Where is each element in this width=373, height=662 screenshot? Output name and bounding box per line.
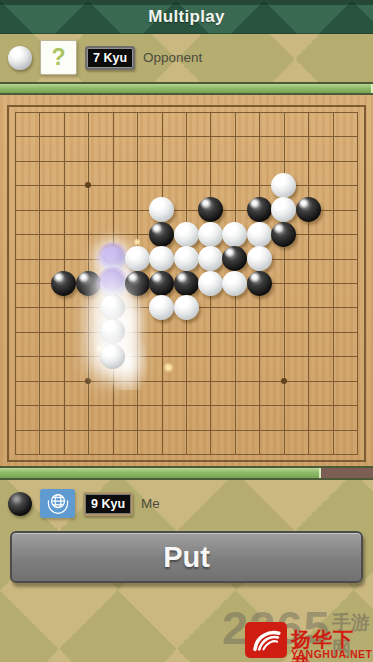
star-point xyxy=(281,378,287,384)
stone-black xyxy=(149,222,174,247)
stone-white xyxy=(247,222,272,247)
stone-white xyxy=(271,197,296,222)
stone-white xyxy=(100,344,125,369)
my-timer-bar xyxy=(0,466,373,480)
stone-white xyxy=(198,222,223,247)
stone-black xyxy=(247,197,272,222)
stone-black xyxy=(296,197,321,222)
stone-white xyxy=(149,246,174,271)
opponent-timer-bar xyxy=(0,82,373,95)
stone-white xyxy=(222,222,247,247)
app-screen: Multiplay ? 7 Kyu Opponent xyxy=(0,0,373,662)
stone-black xyxy=(222,246,247,271)
stone-black xyxy=(51,271,76,296)
my-row: 9 Kyu Me xyxy=(0,480,373,527)
opponent-name: Opponent xyxy=(143,50,202,65)
my-rank-badge: 9 Kyu xyxy=(83,492,133,516)
star-point xyxy=(85,182,91,188)
my-stone-avatar xyxy=(8,492,32,516)
app-title: Multiplay xyxy=(0,7,373,27)
stone-white xyxy=(247,246,272,271)
stone-black xyxy=(125,271,150,296)
stone-white xyxy=(222,271,247,296)
sparkle-effect xyxy=(133,238,141,246)
put-button[interactable]: Put xyxy=(10,531,363,583)
stone-white xyxy=(100,271,125,296)
stone-white xyxy=(149,295,174,320)
status-strip xyxy=(0,0,373,5)
sparkle-effect xyxy=(163,362,174,373)
stone-black xyxy=(271,222,296,247)
stone-black xyxy=(247,271,272,296)
stone-white xyxy=(174,222,199,247)
stone-white xyxy=(174,295,199,320)
opponent-unknown-avatar-badge: ? xyxy=(40,40,77,75)
watermark-logo-icon xyxy=(245,622,287,658)
my-name: Me xyxy=(141,496,160,511)
stone-black xyxy=(174,271,199,296)
my-timer-fill xyxy=(0,468,321,478)
un-emblem-icon xyxy=(40,489,75,518)
opponent-timer-fill xyxy=(0,84,373,93)
stone-white xyxy=(125,246,150,271)
board-grid[interactable] xyxy=(15,112,358,455)
star-point xyxy=(85,378,91,384)
top-bar: Multiplay xyxy=(0,0,373,34)
game-board[interactable] xyxy=(0,95,373,466)
opponent-row: ? 7 Kyu Opponent xyxy=(0,33,373,82)
stone-white xyxy=(149,197,174,222)
stone-black xyxy=(149,271,174,296)
stone-black xyxy=(198,197,223,222)
watermark-logo-en: YANGHUA.NET xyxy=(291,648,373,660)
opponent-rank-badge: 7 Kyu xyxy=(85,46,135,70)
opponent-stone-avatar xyxy=(8,46,32,70)
stone-white xyxy=(100,295,125,320)
stone-white xyxy=(100,319,125,344)
stone-white xyxy=(198,246,223,271)
stone-white xyxy=(174,246,199,271)
stone-white xyxy=(271,173,296,198)
stone-white xyxy=(198,271,223,296)
